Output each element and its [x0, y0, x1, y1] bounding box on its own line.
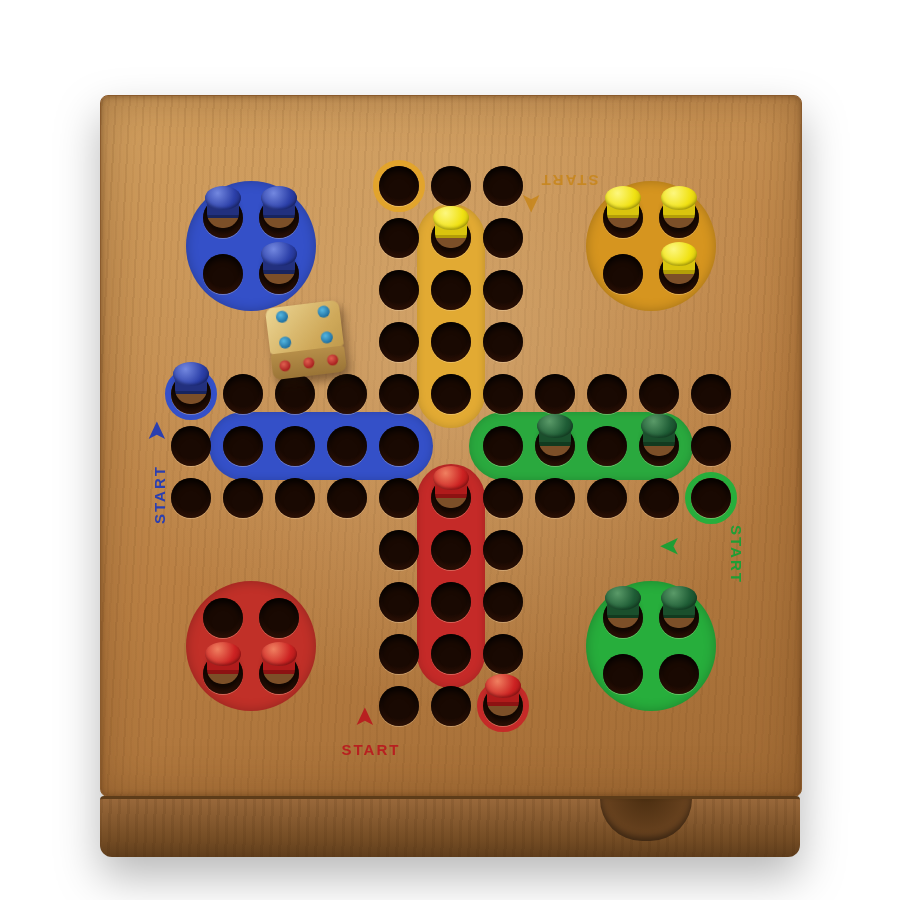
die-front-pip [303, 357, 315, 369]
red-peg-yard-bl[interactable] [205, 642, 241, 686]
track-hole-cell [477, 368, 529, 420]
blue-peg-yard-br[interactable] [261, 242, 297, 286]
green-peg-cap [537, 414, 573, 438]
hole [639, 478, 679, 518]
red-start-label: START [336, 741, 406, 758]
yellow-start-label: START [534, 172, 604, 189]
red-peg-yard-br[interactable] [261, 642, 297, 686]
hole [431, 166, 471, 206]
blue-home-column-hole-4 [217, 420, 269, 472]
yellow-home-column-hole-3 [425, 264, 477, 316]
track-hole-cell [373, 160, 425, 212]
hole [379, 426, 419, 466]
blue-peg-yard-tr[interactable] [261, 186, 297, 230]
blue-peg-cap [205, 186, 241, 210]
ludo-box-scene: ➤ START ➤ START ➤ START ➤ START [0, 0, 900, 900]
blue-home-column-hole-3 [269, 420, 321, 472]
hole [431, 634, 471, 674]
track-hole-cell [373, 264, 425, 316]
track-hole-cell [633, 368, 685, 420]
red-peg-cap [433, 466, 469, 490]
hole [587, 478, 627, 518]
die-front-pip [326, 354, 338, 366]
hole [483, 426, 523, 466]
page: ➤ START ➤ START ➤ START ➤ START [0, 0, 900, 900]
blue-start-label: START [151, 460, 168, 530]
hole [379, 582, 419, 622]
green-peg-cap [641, 414, 677, 438]
hole [587, 374, 627, 414]
red-peg-home-column-1[interactable] [433, 466, 469, 510]
hole [275, 426, 315, 466]
track-hole-cell [425, 680, 477, 732]
blue-peg-cap [261, 242, 297, 266]
die-top-pip [279, 336, 292, 349]
track-hole-cell [373, 576, 425, 628]
track-hole-cell [633, 472, 685, 524]
yellow-peg-cap [661, 186, 697, 210]
track-hole-cell [165, 472, 217, 524]
die[interactable] [265, 300, 347, 380]
red-start-arrow-icon: ➤ [351, 706, 377, 728]
track-hole-cell [373, 316, 425, 368]
yellow-peg-yard-tl[interactable] [605, 186, 641, 230]
track-hole-cell [269, 472, 321, 524]
track-hole-cell [373, 628, 425, 680]
green-peg-yard-tr[interactable] [661, 586, 697, 630]
hole [483, 322, 523, 362]
green-peg-cap [661, 586, 697, 610]
yellow-peg-yard-br[interactable] [661, 242, 697, 286]
yellow-peg-cap [605, 186, 641, 210]
blue-peg-cap [173, 362, 209, 386]
hole [587, 426, 627, 466]
box-front-wall [100, 796, 800, 857]
track-hole-cell [373, 680, 425, 732]
track-hole-cell [685, 472, 737, 524]
hole [483, 270, 523, 310]
hole [483, 530, 523, 570]
ludo-board: ➤ START ➤ START ➤ START ➤ START [100, 95, 802, 797]
yellow-peg-cap [661, 242, 697, 266]
hole [535, 478, 575, 518]
yellow-home-column-hole-1 [425, 368, 477, 420]
hole [327, 478, 367, 518]
hole [639, 374, 679, 414]
green-peg-yard-tl[interactable] [605, 586, 641, 630]
track-hole-cell [373, 524, 425, 576]
track-hole-cell [581, 368, 633, 420]
hole [431, 322, 471, 362]
hole [223, 478, 263, 518]
hole [327, 426, 367, 466]
track-hole-cell [477, 628, 529, 680]
hole [431, 582, 471, 622]
yellow-peg-yard-tr[interactable] [661, 186, 697, 230]
hole [483, 634, 523, 674]
hole [379, 478, 419, 518]
green-peg-home-column-2[interactable] [537, 414, 573, 458]
track-hole-cell [477, 212, 529, 264]
finger-notch [600, 799, 692, 841]
track-hole-cell [321, 368, 373, 420]
green-home-column-hole-3 [581, 420, 633, 472]
hole [327, 374, 367, 414]
hole [483, 582, 523, 622]
red-home-column-hole-4 [425, 628, 477, 680]
hole [379, 530, 419, 570]
red-peg-cap [485, 674, 521, 698]
hole [483, 478, 523, 518]
track-hole-cell [321, 472, 373, 524]
green-home-column-hole-1 [477, 420, 529, 472]
hole [171, 426, 211, 466]
blue-home-column-hole-1 [373, 420, 425, 472]
track-hole-cell [373, 212, 425, 264]
die-top-pip [320, 331, 333, 344]
green-start-label: START [728, 520, 745, 590]
hole [483, 218, 523, 258]
blue-peg-yard-tl[interactable] [205, 186, 241, 230]
green-peg-cap [605, 586, 641, 610]
hole [379, 270, 419, 310]
hole [379, 634, 419, 674]
track-hole-cell [477, 524, 529, 576]
red-home-column-hole-2 [425, 524, 477, 576]
track-hole-cell [685, 368, 737, 420]
hole [483, 374, 523, 414]
hole [431, 530, 471, 570]
track-hole-cell [477, 264, 529, 316]
track-hole-cell [217, 472, 269, 524]
hole [223, 426, 263, 466]
red-peg-start-hole[interactable] [485, 674, 521, 718]
track-hole-cell [685, 420, 737, 472]
red-home-column-hole-3 [425, 576, 477, 628]
track-hole-cell [373, 472, 425, 524]
track-hole-cell [477, 576, 529, 628]
hole [275, 478, 315, 518]
green-start-arrow-icon: ➤ [659, 534, 681, 560]
hole [379, 166, 419, 206]
die-top-pip [276, 310, 289, 323]
die-top-pip [317, 305, 330, 318]
die-front-pip [279, 360, 291, 372]
track-hole-cell [425, 160, 477, 212]
hole [535, 374, 575, 414]
track-hole-cell [477, 316, 529, 368]
blue-peg-cap [261, 186, 297, 210]
track-hole-cell [581, 472, 633, 524]
hole [431, 686, 471, 726]
hole [691, 374, 731, 414]
track-hole-cell [217, 368, 269, 420]
hole [379, 374, 419, 414]
hole [379, 322, 419, 362]
red-peg-cap [261, 642, 297, 666]
blue-start-arrow-icon: ➤ [143, 420, 169, 442]
hole [223, 374, 263, 414]
yellow-peg-home-column-4[interactable] [433, 206, 469, 250]
hole [431, 374, 471, 414]
track-hole-cell [529, 472, 581, 524]
yellow-start-arrow-icon: ➤ [519, 192, 545, 214]
blue-peg-start-hole[interactable] [173, 362, 209, 406]
track-hole-cell [373, 368, 425, 420]
hole [691, 426, 731, 466]
red-peg-cap [205, 642, 241, 666]
track-hole-cell [165, 420, 217, 472]
hole [275, 374, 315, 414]
hole [691, 478, 731, 518]
yellow-peg-cap [433, 206, 469, 230]
blue-home-column-hole-2 [321, 420, 373, 472]
hole [171, 478, 211, 518]
green-peg-home-column-4[interactable] [641, 414, 677, 458]
yellow-home-column-hole-2 [425, 316, 477, 368]
hole [379, 218, 419, 258]
hole [379, 686, 419, 726]
track-hole-cell [529, 368, 581, 420]
track-hole-cell [477, 472, 529, 524]
hole [431, 270, 471, 310]
